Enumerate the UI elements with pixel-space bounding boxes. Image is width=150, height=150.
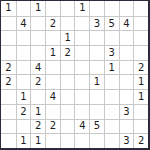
puzzle-board: 1114235411232412221114121322451132 (0, 0, 150, 150)
clue-cell-r1c6: 3 (89, 16, 104, 31)
empty-cell-r4c3[interactable] (45, 60, 60, 75)
empty-cell-r6c0[interactable] (1, 89, 16, 104)
empty-cell-r3c0[interactable] (1, 45, 16, 60)
clue-cell-r1c7: 5 (104, 16, 119, 31)
empty-cell-r2c9[interactable] (133, 30, 148, 45)
empty-cell-r8c0[interactable] (1, 119, 16, 134)
empty-cell-r1c5[interactable] (74, 16, 89, 31)
empty-cell-r2c1[interactable] (16, 30, 31, 45)
empty-cell-r5c7[interactable] (104, 74, 119, 89)
empty-cell-r3c5[interactable] (74, 45, 89, 60)
empty-cell-r0c3[interactable] (45, 1, 60, 16)
clue-cell-r4c0: 2 (1, 60, 16, 75)
empty-cell-r0c6[interactable] (89, 1, 104, 16)
empty-cell-r4c6[interactable] (89, 60, 104, 75)
empty-cell-r6c7[interactable] (104, 89, 119, 104)
empty-cell-r3c9[interactable] (133, 45, 148, 60)
clue-cell-r8c3: 2 (45, 119, 60, 134)
clue-cell-r8c6: 5 (89, 119, 104, 134)
clue-cell-r3c3: 1 (45, 45, 60, 60)
empty-cell-r8c7[interactable] (104, 119, 119, 134)
empty-cell-r2c5[interactable] (74, 30, 89, 45)
clue-cell-r8c2: 2 (30, 119, 45, 134)
clue-cell-r7c1: 2 (16, 104, 31, 119)
empty-cell-r9c0[interactable] (1, 133, 16, 148)
clue-cell-r3c4: 2 (60, 45, 75, 60)
empty-cell-r7c9[interactable] (133, 104, 148, 119)
clue-cell-r1c3: 2 (45, 16, 60, 31)
empty-cell-r5c5[interactable] (74, 74, 89, 89)
clue-cell-r5c9: 1 (133, 74, 148, 89)
empty-cell-r5c1[interactable] (16, 74, 31, 89)
empty-cell-r7c4[interactable] (60, 104, 75, 119)
clue-cell-r1c1: 4 (16, 16, 31, 31)
clue-cell-r5c2: 2 (30, 74, 45, 89)
empty-cell-r6c5[interactable] (74, 89, 89, 104)
empty-cell-r9c5[interactable] (74, 133, 89, 148)
clue-cell-r6c1: 1 (16, 89, 31, 104)
empty-cell-r2c6[interactable] (89, 30, 104, 45)
empty-cell-r2c7[interactable] (104, 30, 119, 45)
clue-cell-r5c6: 1 (89, 74, 104, 89)
clue-cell-r5c0: 2 (1, 74, 16, 89)
empty-cell-r5c3[interactable] (45, 74, 60, 89)
empty-cell-r6c4[interactable] (60, 89, 75, 104)
empty-cell-r0c7[interactable] (104, 1, 119, 16)
empty-cell-r1c2[interactable] (30, 16, 45, 31)
clue-cell-r7c2: 1 (30, 104, 45, 119)
empty-cell-r7c5[interactable] (74, 104, 89, 119)
clue-cell-r7c8: 3 (119, 104, 134, 119)
empty-cell-r2c2[interactable] (30, 30, 45, 45)
empty-cell-r6c6[interactable] (89, 89, 104, 104)
clue-cell-r9c1: 1 (16, 133, 31, 148)
empty-cell-r9c6[interactable] (89, 133, 104, 148)
empty-cell-r0c1[interactable] (16, 1, 31, 16)
empty-cell-r9c3[interactable] (45, 133, 60, 148)
empty-cell-r9c7[interactable] (104, 133, 119, 148)
clue-cell-r9c8: 3 (119, 133, 134, 148)
clue-cell-r6c9: 1 (133, 89, 148, 104)
empty-cell-r3c2[interactable] (30, 45, 45, 60)
empty-cell-r2c8[interactable] (119, 30, 134, 45)
empty-cell-r7c3[interactable] (45, 104, 60, 119)
empty-cell-r0c9[interactable] (133, 1, 148, 16)
clue-cell-r6c3: 4 (45, 89, 60, 104)
empty-cell-r8c4[interactable] (60, 119, 75, 134)
empty-cell-r6c2[interactable] (30, 89, 45, 104)
empty-cell-r3c1[interactable] (16, 45, 31, 60)
clue-cell-r0c2: 1 (30, 1, 45, 16)
empty-cell-r6c8[interactable] (119, 89, 134, 104)
empty-cell-r8c1[interactable] (16, 119, 31, 134)
clue-cell-r9c2: 1 (30, 133, 45, 148)
empty-cell-r1c4[interactable] (60, 16, 75, 31)
empty-cell-r4c4[interactable] (60, 60, 75, 75)
clue-cell-r8c5: 4 (74, 119, 89, 134)
empty-cell-r3c8[interactable] (119, 45, 134, 60)
empty-cell-r7c6[interactable] (89, 104, 104, 119)
empty-cell-r5c8[interactable] (119, 74, 134, 89)
empty-cell-r0c8[interactable] (119, 1, 134, 16)
empty-cell-r4c8[interactable] (119, 60, 134, 75)
empty-cell-r1c9[interactable] (133, 16, 148, 31)
clue-cell-r0c5: 1 (74, 1, 89, 16)
empty-cell-r3c6[interactable] (89, 45, 104, 60)
clue-cell-r1c8: 4 (119, 16, 134, 31)
empty-cell-r5c4[interactable] (60, 74, 75, 89)
empty-cell-r8c8[interactable] (119, 119, 134, 134)
empty-cell-r7c0[interactable] (1, 104, 16, 119)
clue-cell-r2c4: 1 (60, 30, 75, 45)
empty-cell-r4c1[interactable] (16, 60, 31, 75)
clue-cell-r4c7: 1 (104, 60, 119, 75)
empty-cell-r7c7[interactable] (104, 104, 119, 119)
clue-cell-r9c9: 2 (133, 133, 148, 148)
empty-cell-r8c9[interactable] (133, 119, 148, 134)
empty-cell-r2c0[interactable] (1, 30, 16, 45)
empty-cell-r9c4[interactable] (60, 133, 75, 148)
clue-cell-r4c2: 4 (30, 60, 45, 75)
empty-cell-r4c5[interactable] (74, 60, 89, 75)
clue-cell-r0c0: 1 (1, 1, 16, 16)
empty-cell-r0c4[interactable] (60, 1, 75, 16)
clue-cell-r4c9: 2 (133, 60, 148, 75)
empty-cell-r2c3[interactable] (45, 30, 60, 45)
empty-cell-r1c0[interactable] (1, 16, 16, 31)
clue-cell-r3c7: 3 (104, 45, 119, 60)
